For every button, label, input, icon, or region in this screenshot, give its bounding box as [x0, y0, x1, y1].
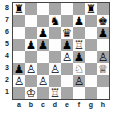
square-g5[interactable]	[85, 39, 97, 51]
square-h5[interactable]	[97, 39, 109, 51]
square-b3[interactable]: ♙	[25, 63, 37, 75]
square-e1[interactable]	[61, 87, 73, 99]
square-a6[interactable]	[13, 27, 25, 39]
square-c2[interactable]: ♙	[37, 75, 49, 87]
square-d6[interactable]	[49, 27, 61, 39]
square-g6[interactable]	[85, 27, 97, 39]
square-g2[interactable]	[85, 75, 97, 87]
square-e6[interactable]: ♛	[61, 27, 73, 39]
piece-white-rook: ♖	[73, 39, 85, 51]
piece-white-knight: ♘	[73, 63, 85, 75]
square-f7[interactable]: ♟	[73, 15, 85, 27]
square-a5[interactable]	[13, 39, 25, 51]
square-h7[interactable]: ♚	[97, 15, 109, 27]
square-h1[interactable]	[97, 87, 109, 99]
piece-black-king: ♚	[97, 15, 109, 27]
square-d2[interactable]	[49, 75, 61, 87]
board-area: 87654321 ♜♜♞♟♚♟♛♟♟♟♟♖♙♟♙♟♙♙♘♕♙♙♙♔♖	[2, 2, 110, 100]
piece-black-pawn: ♟	[73, 51, 85, 63]
piece-white-rook: ♖	[49, 87, 61, 99]
square-d8[interactable]	[49, 3, 61, 15]
square-c3[interactable]	[37, 63, 49, 75]
file-label-f: f	[73, 101, 85, 108]
chess-diagram: 87654321 ♜♜♞♟♚♟♛♟♟♟♟♖♙♟♙♟♙♙♘♕♙♙♙♔♖ abcde…	[0, 0, 118, 118]
square-d7[interactable]: ♞	[49, 15, 61, 27]
square-f5[interactable]: ♖	[73, 39, 85, 51]
piece-white-pawn: ♙	[37, 75, 49, 87]
square-d5[interactable]	[49, 39, 61, 51]
piece-black-rook: ♜	[13, 3, 25, 15]
square-b4[interactable]	[25, 51, 37, 63]
square-f2[interactable]: ♙	[73, 75, 85, 87]
square-b2[interactable]	[25, 75, 37, 87]
piece-black-knight: ♞	[49, 15, 61, 27]
square-a7[interactable]	[13, 15, 25, 27]
square-g8[interactable]: ♜	[85, 3, 97, 15]
piece-black-pawn: ♟	[13, 63, 25, 75]
square-e8[interactable]	[61, 3, 73, 15]
rank-label-1: 1	[2, 86, 12, 98]
piece-black-pawn: ♟	[73, 15, 85, 27]
square-g3[interactable]	[85, 63, 97, 75]
file-label-d: d	[49, 101, 61, 108]
square-f4[interactable]: ♟	[73, 51, 85, 63]
piece-black-pawn: ♟	[37, 27, 49, 39]
rank-label-8: 8	[2, 2, 12, 14]
square-h4[interactable]: ♙	[97, 51, 109, 63]
square-g4[interactable]	[85, 51, 97, 63]
square-c8[interactable]	[37, 3, 49, 15]
square-a1[interactable]	[13, 87, 25, 99]
square-g7[interactable]	[85, 15, 97, 27]
square-h3[interactable]: ♕	[97, 63, 109, 75]
square-e3[interactable]	[61, 63, 73, 75]
rank-label-7: 7	[2, 14, 12, 26]
square-e2[interactable]	[61, 75, 73, 87]
square-b5[interactable]: ♟	[25, 39, 37, 51]
square-c7[interactable]	[37, 15, 49, 27]
piece-white-pawn: ♙	[61, 51, 73, 63]
square-a3[interactable]: ♟	[13, 63, 25, 75]
square-e4[interactable]: ♙	[61, 51, 73, 63]
square-a4[interactable]	[13, 51, 25, 63]
file-label-g: g	[85, 101, 97, 108]
square-b8[interactable]	[25, 3, 37, 15]
square-h6[interactable]: ♟	[97, 27, 109, 39]
square-f1[interactable]	[73, 87, 85, 99]
file-label-h: h	[97, 101, 109, 108]
piece-white-pawn: ♙	[73, 75, 85, 87]
piece-black-pawn: ♟	[61, 39, 73, 51]
rank-label-3: 3	[2, 62, 12, 74]
square-h8[interactable]	[97, 3, 109, 15]
square-d4[interactable]	[49, 51, 61, 63]
square-g1[interactable]	[85, 87, 97, 99]
file-label-e: e	[61, 101, 73, 108]
square-e5[interactable]: ♟	[61, 39, 73, 51]
piece-black-pawn: ♟	[25, 39, 37, 51]
square-d3[interactable]: ♙	[49, 63, 61, 75]
rank-label-4: 4	[2, 50, 12, 62]
file-label-a: a	[13, 101, 25, 108]
square-e7[interactable]	[61, 15, 73, 27]
chess-board: ♜♜♞♟♚♟♛♟♟♟♟♖♙♟♙♟♙♙♘♕♙♙♙♔♖	[12, 2, 110, 100]
rank-label-5: 5	[2, 38, 12, 50]
square-b7[interactable]	[25, 15, 37, 27]
square-b1[interactable]: ♔	[25, 87, 37, 99]
piece-white-pawn: ♙	[49, 63, 61, 75]
square-c5[interactable]: ♟	[37, 39, 49, 51]
piece-black-rook: ♜	[85, 3, 97, 15]
file-labels: abcdefgh	[13, 101, 109, 108]
square-a8[interactable]: ♜	[13, 3, 25, 15]
square-f3[interactable]: ♘	[73, 63, 85, 75]
piece-white-king: ♔	[25, 87, 37, 99]
piece-white-queen: ♕	[97, 63, 109, 75]
square-c6[interactable]: ♟	[37, 27, 49, 39]
square-b6[interactable]	[25, 27, 37, 39]
square-c4[interactable]	[37, 51, 49, 63]
square-c1[interactable]	[37, 87, 49, 99]
piece-white-pawn: ♙	[25, 63, 37, 75]
square-d1[interactable]: ♖	[49, 87, 61, 99]
file-label-c: c	[37, 101, 49, 108]
rank-labels: 87654321	[2, 2, 12, 100]
square-h2[interactable]	[97, 75, 109, 87]
piece-white-pawn: ♙	[97, 51, 109, 63]
piece-white-pawn: ♙	[13, 75, 25, 87]
square-f8[interactable]	[73, 3, 85, 15]
piece-black-queen: ♛	[61, 27, 73, 39]
rank-label-2: 2	[2, 74, 12, 86]
piece-black-pawn: ♟	[97, 27, 109, 39]
square-a2[interactable]: ♙	[13, 75, 25, 87]
square-f6[interactable]	[73, 27, 85, 39]
file-label-b: b	[25, 101, 37, 108]
piece-black-pawn: ♟	[37, 39, 49, 51]
rank-label-6: 6	[2, 26, 12, 38]
